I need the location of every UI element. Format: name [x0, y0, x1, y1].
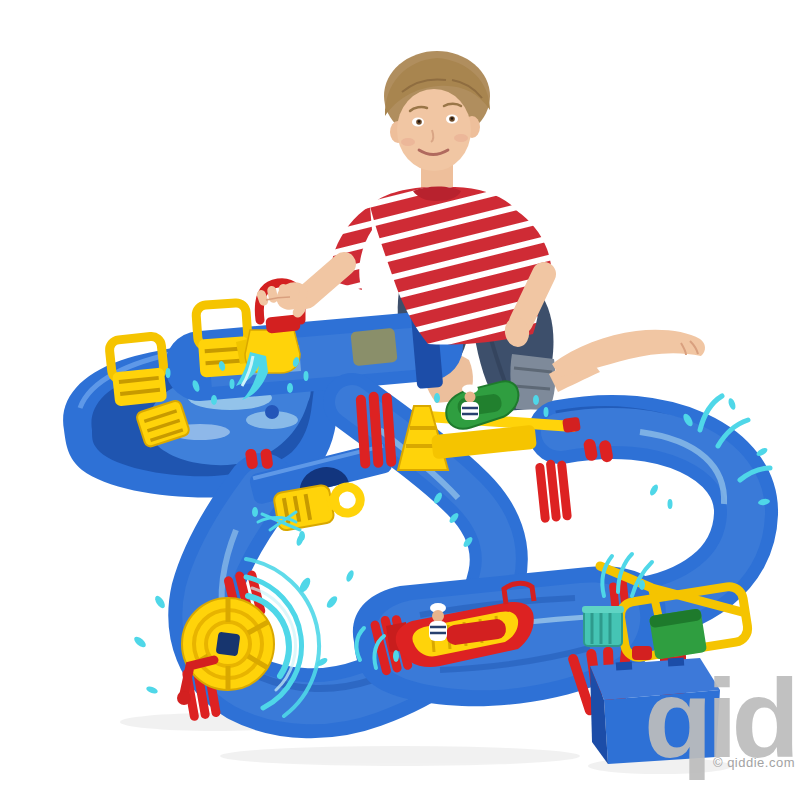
- gate-panel: [112, 367, 167, 406]
- pupil-right: [451, 117, 453, 119]
- shadow: [220, 746, 580, 766]
- sailor-body: [461, 402, 479, 420]
- splash-drop: [304, 371, 309, 381]
- basket-lip: [582, 606, 624, 613]
- watermark-credit: © qiddie.com: [713, 755, 795, 770]
- boy-face: [397, 89, 471, 171]
- crank-knob: [177, 691, 191, 705]
- finger: [278, 284, 288, 302]
- pupil-left: [418, 120, 420, 122]
- product-photo: qid © qiddie.com: [0, 0, 800, 800]
- splash-drop: [299, 531, 305, 541]
- splash-drop: [639, 580, 645, 590]
- sailor-face: [465, 392, 476, 403]
- splash-drop: [544, 407, 549, 417]
- splash-drop: [434, 393, 440, 403]
- wheel-hub: [216, 632, 241, 657]
- green-container: [649, 608, 707, 660]
- splash-drop: [211, 395, 217, 405]
- lift-arm-tip: [562, 417, 581, 433]
- watermark: qid © qiddie.com: [644, 656, 795, 781]
- red-sluice-center: [535, 458, 572, 523]
- teal-basket: [584, 610, 622, 646]
- splash-drop: [166, 368, 171, 378]
- scene-svg: qid © qiddie.com: [0, 0, 800, 800]
- splash-drop: [252, 507, 258, 517]
- splash-drop: [668, 499, 673, 509]
- cheek-right: [454, 134, 468, 142]
- cheek-left: [401, 138, 415, 146]
- sailor-face: [432, 610, 444, 622]
- splash-drop: [393, 650, 399, 662]
- canal-peg: [265, 405, 279, 419]
- sailor-body: [429, 621, 447, 641]
- box-notch: [616, 661, 633, 670]
- splash-drop: [533, 395, 539, 405]
- splash-drop: [287, 383, 293, 393]
- dock-mat: [350, 328, 397, 366]
- red-sluice-mid: [355, 391, 396, 469]
- splash-drop: [230, 379, 235, 389]
